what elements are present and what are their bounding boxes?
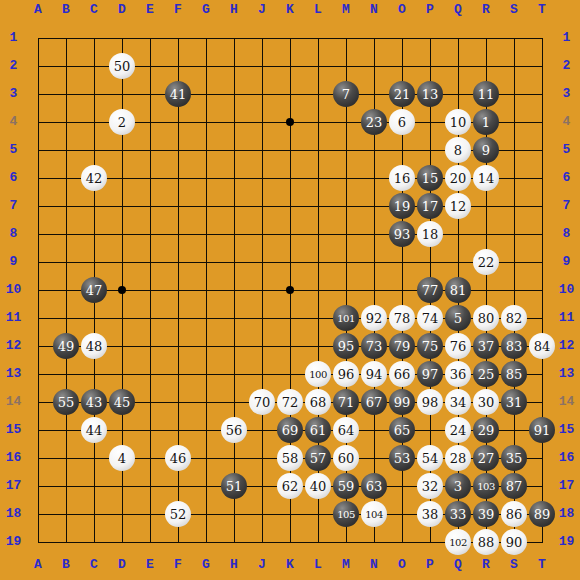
row-label-15: 15 (553, 416, 580, 444)
row-label-18: 18 (0, 500, 27, 528)
white-stone-P14-move-98: 98 (417, 389, 443, 415)
row-label-10: 10 (0, 276, 27, 304)
black-stone-R5-move-9: 9 (473, 137, 499, 163)
column-label-R: R (472, 2, 500, 18)
white-stone-Q16-move-28: 28 (445, 445, 471, 471)
white-stone-K17-move-62: 62 (277, 473, 303, 499)
row-label-4: 4 (553, 108, 580, 136)
white-stone-C15-move-44: 44 (81, 417, 107, 443)
black-stone-S13-move-85: 85 (501, 361, 527, 387)
column-label-R: R (472, 557, 500, 573)
white-stone-R6-move-14: 14 (473, 165, 499, 191)
white-stone-Q12-move-76: 76 (445, 333, 471, 359)
black-stone-S14-move-31: 31 (501, 389, 527, 415)
column-label-E: E (136, 557, 164, 573)
white-stone-D4-move-2: 2 (109, 109, 135, 135)
white-stone-R19-move-88: 88 (473, 529, 499, 555)
black-stone-T18-move-89: 89 (529, 501, 555, 527)
black-stone-T15-move-91: 91 (529, 417, 555, 443)
black-stone-Q11-move-5: 5 (445, 305, 471, 331)
black-stone-R15-move-29: 29 (473, 417, 499, 443)
row-label-12: 12 (0, 332, 27, 360)
column-label-J: J (248, 557, 276, 573)
white-stone-M16-move-60: 60 (333, 445, 359, 471)
white-stone-S19-move-90: 90 (501, 529, 527, 555)
column-label-H: H (220, 557, 248, 573)
column-label-K: K (276, 557, 304, 573)
white-stone-Q7-move-12: 12 (445, 193, 471, 219)
black-stone-M17-move-59: 59 (333, 473, 359, 499)
black-stone-O8-move-93: 93 (389, 221, 415, 247)
white-stone-R9-move-22: 22 (473, 249, 499, 275)
row-label-2: 2 (553, 52, 580, 80)
row-label-7: 7 (553, 192, 580, 220)
white-stone-K16-move-58: 58 (277, 445, 303, 471)
white-stone-F18-move-52: 52 (165, 501, 191, 527)
row-label-11: 11 (553, 304, 580, 332)
black-stone-B12-move-49: 49 (53, 333, 79, 359)
column-label-L: L (304, 557, 332, 573)
go-board-diagram: ABCDEFGHJKLMNOPQRST ABCDEFGHJKLMNOPQRST … (0, 0, 580, 580)
row-label-16: 16 (0, 444, 27, 472)
column-label-M: M (332, 557, 360, 573)
row-label-5: 5 (0, 136, 27, 164)
black-stone-N17-move-63: 63 (361, 473, 387, 499)
white-stone-D16-move-4: 4 (109, 445, 135, 471)
row-label-16: 16 (553, 444, 580, 472)
column-label-O: O (388, 557, 416, 573)
black-stone-R18-move-39: 39 (473, 501, 499, 527)
black-stone-M18-move-105: 105 (333, 501, 359, 527)
black-stone-M11-move-101: 101 (333, 305, 359, 331)
row-label-3: 3 (553, 80, 580, 108)
column-label-B: B (52, 557, 80, 573)
black-stone-S12-move-83: 83 (501, 333, 527, 359)
column-label-Q: Q (444, 557, 472, 573)
white-stone-Q4-move-10: 10 (445, 109, 471, 135)
column-label-A: A (24, 2, 52, 18)
black-stone-N12-move-73: 73 (361, 333, 387, 359)
black-stone-M14-move-71: 71 (333, 389, 359, 415)
row-label-14: 14 (0, 388, 27, 416)
column-label-D: D (108, 557, 136, 573)
column-label-D: D (108, 2, 136, 18)
white-stone-Q14-move-34: 34 (445, 389, 471, 415)
white-stone-Q6-move-20: 20 (445, 165, 471, 191)
black-stone-P10-move-77: 77 (417, 277, 443, 303)
white-stone-P11-move-74: 74 (417, 305, 443, 331)
row-label-15: 15 (0, 416, 27, 444)
black-stone-P3-move-13: 13 (417, 81, 443, 107)
row-label-17: 17 (0, 472, 27, 500)
column-label-G: G (192, 557, 220, 573)
row-label-5: 5 (553, 136, 580, 164)
column-label-C: C (80, 2, 108, 18)
row-label-6: 6 (553, 164, 580, 192)
column-label-G: G (192, 2, 220, 18)
column-label-S: S (500, 2, 528, 18)
black-stone-O7-move-19: 19 (389, 193, 415, 219)
white-stone-Q19-move-102: 102 (445, 529, 471, 555)
column-label-B: B (52, 2, 80, 18)
star-point-K4 (286, 118, 294, 126)
column-label-P: P (416, 2, 444, 18)
column-label-M: M (332, 2, 360, 18)
white-stone-P8-move-18: 18 (417, 221, 443, 247)
white-stone-S18-move-86: 86 (501, 501, 527, 527)
star-point-D10 (118, 286, 126, 294)
black-stone-M3-move-7: 7 (333, 81, 359, 107)
star-point-K10 (286, 286, 294, 294)
column-label-H: H (220, 2, 248, 18)
column-label-T: T (528, 557, 556, 573)
column-label-N: N (360, 557, 388, 573)
black-stone-O14-move-99: 99 (389, 389, 415, 415)
column-label-S: S (500, 557, 528, 573)
black-stone-Q18-move-33: 33 (445, 501, 471, 527)
black-stone-S16-move-35: 35 (501, 445, 527, 471)
black-stone-O16-move-53: 53 (389, 445, 415, 471)
black-stone-R4-move-1: 1 (473, 109, 499, 135)
black-stone-F3-move-41: 41 (165, 81, 191, 107)
black-stone-R16-move-27: 27 (473, 445, 499, 471)
white-stone-Q15-move-24: 24 (445, 417, 471, 443)
black-stone-S17-move-87: 87 (501, 473, 527, 499)
black-stone-Q17-move-3: 3 (445, 473, 471, 499)
row-label-6: 6 (0, 164, 27, 192)
black-stone-R17-move-103: 103 (473, 473, 499, 499)
black-stone-D14-move-45: 45 (109, 389, 135, 415)
white-stone-N11-move-92: 92 (361, 305, 387, 331)
row-label-13: 13 (0, 360, 27, 388)
white-stone-N18-move-104: 104 (361, 501, 387, 527)
row-label-9: 9 (553, 248, 580, 276)
row-label-17: 17 (553, 472, 580, 500)
black-stone-L15-move-61: 61 (305, 417, 331, 443)
white-stone-K14-move-72: 72 (277, 389, 303, 415)
row-label-4: 4 (0, 108, 27, 136)
white-stone-Q13-move-36: 36 (445, 361, 471, 387)
white-stone-R14-move-30: 30 (473, 389, 499, 415)
column-label-J: J (248, 2, 276, 18)
black-stone-R12-move-37: 37 (473, 333, 499, 359)
white-stone-C6-move-42: 42 (81, 165, 107, 191)
white-stone-L14-move-68: 68 (305, 389, 331, 415)
column-label-K: K (276, 2, 304, 18)
column-label-O: O (388, 2, 416, 18)
row-label-1: 1 (0, 24, 27, 52)
row-label-2: 2 (0, 52, 27, 80)
black-stone-P6-move-15: 15 (417, 165, 443, 191)
black-stone-P13-move-97: 97 (417, 361, 443, 387)
white-stone-J14-move-70: 70 (249, 389, 275, 415)
column-label-N: N (360, 2, 388, 18)
row-label-9: 9 (0, 248, 27, 276)
black-stone-P12-move-75: 75 (417, 333, 443, 359)
black-stone-Q10-move-81: 81 (445, 277, 471, 303)
column-label-P: P (416, 557, 444, 573)
black-stone-M12-move-95: 95 (333, 333, 359, 359)
white-stone-O4-move-6: 6 (389, 109, 415, 135)
column-label-F: F (164, 2, 192, 18)
white-stone-O6-move-16: 16 (389, 165, 415, 191)
black-stone-H17-move-51: 51 (221, 473, 247, 499)
white-stone-O13-move-66: 66 (389, 361, 415, 387)
row-label-14: 14 (553, 388, 580, 416)
row-label-19: 19 (553, 528, 580, 556)
black-stone-O3-move-21: 21 (389, 81, 415, 107)
white-stone-L13-move-100: 100 (305, 361, 331, 387)
white-stone-R11-move-80: 80 (473, 305, 499, 331)
row-label-13: 13 (553, 360, 580, 388)
column-label-A: A (24, 557, 52, 573)
white-stone-S11-move-82: 82 (501, 305, 527, 331)
white-stone-C12-move-48: 48 (81, 333, 107, 359)
black-stone-P7-move-17: 17 (417, 193, 443, 219)
white-stone-H15-move-56: 56 (221, 417, 247, 443)
black-stone-N14-move-67: 67 (361, 389, 387, 415)
white-stone-M13-move-96: 96 (333, 361, 359, 387)
white-stone-P16-move-54: 54 (417, 445, 443, 471)
white-stone-P17-move-32: 32 (417, 473, 443, 499)
white-stone-P18-move-38: 38 (417, 501, 443, 527)
white-stone-T12-move-84: 84 (529, 333, 555, 359)
black-stone-K15-move-69: 69 (277, 417, 303, 443)
black-stone-C14-move-43: 43 (81, 389, 107, 415)
white-stone-F16-move-46: 46 (165, 445, 191, 471)
black-stone-R13-move-25: 25 (473, 361, 499, 387)
row-label-7: 7 (0, 192, 27, 220)
white-stone-D2-move-50: 50 (109, 53, 135, 79)
row-label-12: 12 (553, 332, 580, 360)
white-stone-M15-move-64: 64 (333, 417, 359, 443)
black-stone-B14-move-55: 55 (53, 389, 79, 415)
row-label-3: 3 (0, 80, 27, 108)
row-label-18: 18 (553, 500, 580, 528)
row-label-1: 1 (553, 24, 580, 52)
row-label-10: 10 (553, 276, 580, 304)
white-stone-L17-move-40: 40 (305, 473, 331, 499)
black-stone-L16-move-57: 57 (305, 445, 331, 471)
black-stone-N4-move-23: 23 (361, 109, 387, 135)
black-stone-C10-move-47: 47 (81, 277, 107, 303)
row-label-19: 19 (0, 528, 27, 556)
black-stone-O12-move-79: 79 (389, 333, 415, 359)
column-label-C: C (80, 557, 108, 573)
column-label-T: T (528, 2, 556, 18)
column-label-L: L (304, 2, 332, 18)
white-stone-N13-move-94: 94 (361, 361, 387, 387)
white-stone-Q5-move-8: 8 (445, 137, 471, 163)
row-label-11: 11 (0, 304, 27, 332)
black-stone-O15-move-65: 65 (389, 417, 415, 443)
white-stone-O11-move-78: 78 (389, 305, 415, 331)
row-label-8: 8 (0, 220, 27, 248)
column-label-F: F (164, 557, 192, 573)
row-label-8: 8 (553, 220, 580, 248)
column-label-E: E (136, 2, 164, 18)
column-label-Q: Q (444, 2, 472, 18)
black-stone-R3-move-11: 11 (473, 81, 499, 107)
